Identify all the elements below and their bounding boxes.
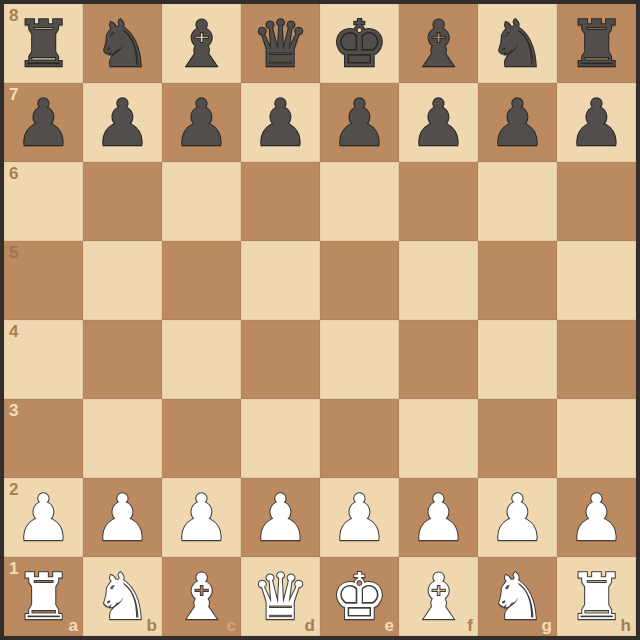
white-bishop[interactable]: ♝: [399, 558, 478, 637]
white-queen[interactable]: ♛: [241, 558, 320, 637]
square-a8[interactable]: ♜8: [4, 4, 83, 83]
black-knight[interactable]: ♞: [83, 5, 162, 84]
square-e7[interactable]: ♟: [320, 83, 399, 162]
white-bishop[interactable]: ♝: [162, 558, 241, 637]
square-a6[interactable]: 6: [4, 162, 83, 241]
white-pawn[interactable]: ♟: [399, 479, 478, 558]
black-pawn[interactable]: ♟: [4, 84, 83, 163]
white-pawn[interactable]: ♟: [478, 479, 557, 558]
white-pawn[interactable]: ♟: [4, 479, 83, 558]
white-king[interactable]: ♚: [320, 558, 399, 637]
square-b1[interactable]: ♞b: [83, 557, 162, 636]
white-pawn[interactable]: ♟: [557, 479, 636, 558]
square-f1[interactable]: ♝f: [399, 557, 478, 636]
square-d4[interactable]: [241, 320, 320, 399]
square-f5[interactable]: [399, 241, 478, 320]
square-f7[interactable]: ♟: [399, 83, 478, 162]
square-e4[interactable]: [320, 320, 399, 399]
white-pawn[interactable]: ♟: [162, 479, 241, 558]
black-pawn[interactable]: ♟: [478, 84, 557, 163]
square-f2[interactable]: ♟: [399, 478, 478, 557]
square-g6[interactable]: [478, 162, 557, 241]
square-b5[interactable]: [83, 241, 162, 320]
square-d2[interactable]: ♟: [241, 478, 320, 557]
square-a5[interactable]: 5: [4, 241, 83, 320]
white-pawn[interactable]: ♟: [83, 479, 162, 558]
black-pawn[interactable]: ♟: [83, 84, 162, 163]
square-b3[interactable]: [83, 399, 162, 478]
chess-board: ♜8♞♝♛♚♝♞♜♟7♟♟♟♟♟♟♟6543♟2♟♟♟♟♟♟♟♜1a♞b♝c♛d…: [4, 4, 636, 636]
square-b2[interactable]: ♟: [83, 478, 162, 557]
square-h7[interactable]: ♟: [557, 83, 636, 162]
square-g1[interactable]: ♞g: [478, 557, 557, 636]
square-g2[interactable]: ♟: [478, 478, 557, 557]
rank-label-3: 3: [9, 402, 18, 419]
square-e2[interactable]: ♟: [320, 478, 399, 557]
black-bishop[interactable]: ♝: [399, 5, 478, 84]
white-rook[interactable]: ♜: [557, 558, 636, 637]
square-e8[interactable]: ♚: [320, 4, 399, 83]
square-f8[interactable]: ♝: [399, 4, 478, 83]
square-c5[interactable]: [162, 241, 241, 320]
black-bishop[interactable]: ♝: [162, 5, 241, 84]
rank-label-4: 4: [9, 323, 18, 340]
rank-label-5: 5: [9, 244, 18, 261]
square-g4[interactable]: [478, 320, 557, 399]
square-d6[interactable]: [241, 162, 320, 241]
black-rook[interactable]: ♜: [557, 5, 636, 84]
square-d8[interactable]: ♛: [241, 4, 320, 83]
square-a1[interactable]: ♜1a: [4, 557, 83, 636]
square-b7[interactable]: ♟: [83, 83, 162, 162]
square-f3[interactable]: [399, 399, 478, 478]
white-knight[interactable]: ♞: [478, 558, 557, 637]
square-e5[interactable]: [320, 241, 399, 320]
black-pawn[interactable]: ♟: [320, 84, 399, 163]
square-a4[interactable]: 4: [4, 320, 83, 399]
rank-label-6: 6: [9, 165, 18, 182]
black-king[interactable]: ♚: [320, 5, 399, 84]
square-f4[interactable]: [399, 320, 478, 399]
square-a7[interactable]: ♟7: [4, 83, 83, 162]
white-pawn[interactable]: ♟: [241, 479, 320, 558]
square-c8[interactable]: ♝: [162, 4, 241, 83]
square-g3[interactable]: [478, 399, 557, 478]
square-d7[interactable]: ♟: [241, 83, 320, 162]
square-h8[interactable]: ♜: [557, 4, 636, 83]
square-c1[interactable]: ♝c: [162, 557, 241, 636]
square-b4[interactable]: [83, 320, 162, 399]
black-pawn[interactable]: ♟: [399, 84, 478, 163]
square-h2[interactable]: ♟: [557, 478, 636, 557]
square-h6[interactable]: [557, 162, 636, 241]
square-f6[interactable]: [399, 162, 478, 241]
white-knight[interactable]: ♞: [83, 558, 162, 637]
square-e1[interactable]: ♚e: [320, 557, 399, 636]
square-h5[interactable]: [557, 241, 636, 320]
white-pawn[interactable]: ♟: [320, 479, 399, 558]
square-d1[interactable]: ♛d: [241, 557, 320, 636]
square-e6[interactable]: [320, 162, 399, 241]
black-pawn[interactable]: ♟: [241, 84, 320, 163]
square-d3[interactable]: [241, 399, 320, 478]
square-c7[interactable]: ♟: [162, 83, 241, 162]
square-g5[interactable]: [478, 241, 557, 320]
chess-board-frame: ♜8♞♝♛♚♝♞♜♟7♟♟♟♟♟♟♟6543♟2♟♟♟♟♟♟♟♜1a♞b♝c♛d…: [0, 0, 640, 640]
white-rook[interactable]: ♜: [4, 558, 83, 637]
square-a3[interactable]: 3: [4, 399, 83, 478]
square-d5[interactable]: [241, 241, 320, 320]
black-queen[interactable]: ♛: [241, 5, 320, 84]
square-h3[interactable]: [557, 399, 636, 478]
black-pawn[interactable]: ♟: [162, 84, 241, 163]
square-a2[interactable]: ♟2: [4, 478, 83, 557]
black-knight[interactable]: ♞: [478, 5, 557, 84]
square-b8[interactable]: ♞: [83, 4, 162, 83]
square-g7[interactable]: ♟: [478, 83, 557, 162]
square-b6[interactable]: [83, 162, 162, 241]
black-pawn[interactable]: ♟: [557, 84, 636, 163]
square-h1[interactable]: ♜h: [557, 557, 636, 636]
square-c6[interactable]: [162, 162, 241, 241]
square-g8[interactable]: ♞: [478, 4, 557, 83]
square-c4[interactable]: [162, 320, 241, 399]
square-c2[interactable]: ♟: [162, 478, 241, 557]
square-c3[interactable]: [162, 399, 241, 478]
black-rook[interactable]: ♜: [4, 5, 83, 84]
square-e3[interactable]: [320, 399, 399, 478]
square-h4[interactable]: [557, 320, 636, 399]
